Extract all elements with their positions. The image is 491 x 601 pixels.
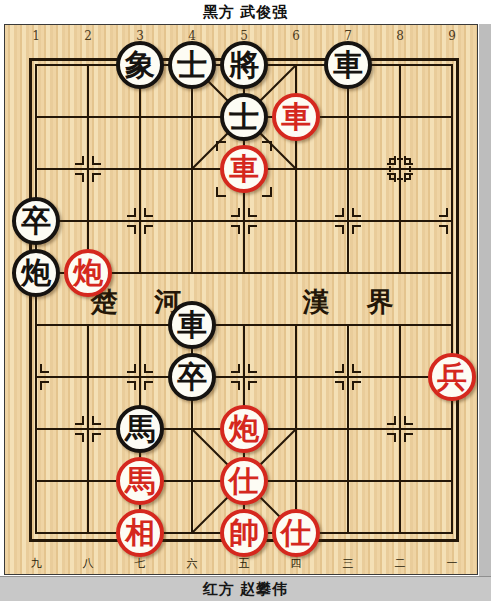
bottom-coordinate-label: 八 (76, 556, 100, 571)
star-point-mark (439, 208, 448, 217)
top-coordinate-label: 6 (284, 29, 308, 44)
xiangqi-piece-black[interactable]: 將 (220, 41, 268, 89)
xiangqi-piece-red[interactable]: 仕 (220, 457, 268, 505)
xiangqi-piece-black[interactable]: 馬 (116, 405, 164, 453)
star-point-mark (40, 364, 49, 373)
xiangqi-piece-black[interactable]: 士 (220, 93, 268, 141)
grid-line-vertical (87, 64, 89, 274)
star-point-mark (248, 381, 257, 390)
star-point-mark (92, 173, 101, 182)
star-point-mark (144, 381, 153, 390)
star-point-mark (352, 225, 361, 234)
star-point-mark (335, 225, 344, 234)
star-point-mark (92, 416, 101, 425)
black-player-label: 黑方 武俊强 (0, 0, 491, 24)
star-point-mark (231, 208, 240, 217)
grid-line-vertical (347, 64, 349, 274)
move-to-bracket (216, 141, 226, 151)
red-player-label: 红方 赵攀伟 (0, 576, 491, 601)
grid-line-vertical (87, 324, 89, 534)
star-point-mark (231, 225, 240, 234)
xiangqi-piece-black[interactable]: 車 (324, 41, 372, 89)
xiangqi-piece-red[interactable]: 兵 (428, 353, 476, 401)
move-to-bracket (262, 141, 272, 151)
top-coordinate-label: 8 (388, 29, 412, 44)
star-point-mark (75, 416, 84, 425)
xiangqi-piece-black[interactable]: 卒 (12, 197, 60, 245)
star-point-mark (75, 156, 84, 165)
star-point-mark (352, 381, 361, 390)
xiangqi-piece-red[interactable]: 炮 (64, 249, 112, 297)
star-point-mark (335, 381, 344, 390)
xiangqi-piece-red[interactable]: 仕 (272, 509, 320, 557)
star-point-mark (127, 364, 136, 373)
star-point-mark (387, 416, 396, 425)
panel-right-shadow (479, 24, 491, 577)
star-point-mark (231, 381, 240, 390)
xiangqi-piece-red[interactable]: 炮 (220, 405, 268, 453)
xiangqi-piece-red[interactable]: 車 (220, 145, 268, 193)
xiangqi-piece-red[interactable]: 帥 (220, 509, 268, 557)
move-to-bracket (216, 187, 226, 197)
river-text-right: 漢 (300, 287, 332, 317)
bottom-coordinate-label: 三 (336, 556, 360, 571)
grid-line-vertical (451, 64, 453, 534)
xiangqi-piece-red[interactable]: 相 (116, 509, 164, 557)
star-point-mark (144, 225, 153, 234)
top-coordinate-label: 2 (76, 29, 100, 44)
bottom-coordinate-label: 七 (128, 556, 152, 571)
bottom-coordinate-label: 六 (180, 556, 204, 571)
star-point-mark (144, 364, 153, 373)
star-point-mark (404, 416, 413, 425)
xiangqi-piece-red[interactable]: 馬 (116, 457, 164, 505)
xiangqi-piece-black[interactable]: 炮 (12, 249, 60, 297)
star-point-mark (248, 208, 257, 217)
star-point-mark (231, 364, 240, 373)
star-point-mark (127, 208, 136, 217)
star-point-mark (75, 173, 84, 182)
bottom-coordinate-label: 九 (24, 556, 48, 571)
top-coordinate-label: 1 (24, 29, 48, 44)
star-point-mark (404, 433, 413, 442)
top-coordinate-label: 9 (440, 29, 464, 44)
xiangqi-piece-black[interactable]: 卒 (168, 353, 216, 401)
move-from-marker (389, 158, 411, 180)
star-point-mark (127, 225, 136, 234)
star-point-mark (439, 225, 448, 234)
move-to-bracket (262, 187, 272, 197)
star-point-mark (75, 433, 84, 442)
river-text-right: 界 (364, 287, 396, 317)
star-point-mark (248, 225, 257, 234)
grid-line-vertical (35, 64, 37, 534)
bottom-coordinate-label: 五 (232, 556, 256, 571)
star-point-mark (92, 433, 101, 442)
xiangqi-piece-black[interactable]: 士 (168, 41, 216, 89)
grid-line-vertical (347, 324, 349, 534)
star-point-mark (92, 156, 101, 165)
star-point-mark (248, 364, 257, 373)
star-point-mark (352, 364, 361, 373)
star-point-mark (335, 364, 344, 373)
bottom-coordinate-label: 一 (440, 556, 464, 571)
bottom-coordinate-label: 二 (388, 556, 412, 571)
star-point-mark (127, 381, 136, 390)
star-point-mark (352, 208, 361, 217)
xiangqi-piece-black[interactable]: 車 (168, 301, 216, 349)
star-point-mark (387, 433, 396, 442)
xiangqi-piece-black[interactable]: 象 (116, 41, 164, 89)
star-point-mark (144, 208, 153, 217)
star-point-mark (335, 208, 344, 217)
bottom-coordinate-label: 四 (284, 556, 308, 571)
xiangqi-app: 黑方 武俊强 123456789九八七六五四三二一楚河漢界象士將車士車車卒炮炮車… (0, 0, 491, 601)
grid-line-vertical (399, 324, 401, 534)
star-point-mark (40, 381, 49, 390)
xiangqi-piece-red[interactable]: 車 (272, 93, 320, 141)
grid-line-vertical (139, 64, 141, 274)
